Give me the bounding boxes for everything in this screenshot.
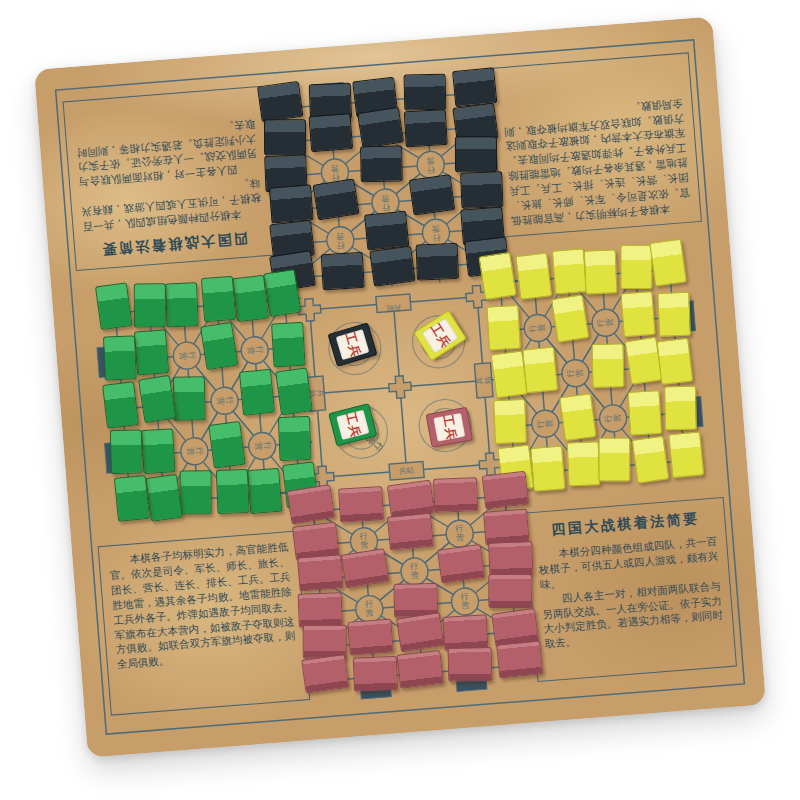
piece-red-facedown[interactable] [301, 654, 349, 694]
svg-text:营: 营 [178, 352, 188, 361]
camp-label: 行营 [459, 592, 469, 611]
piece-red-facedown[interactable] [483, 508, 530, 545]
piece-green-facedown[interactable] [278, 416, 312, 461]
svg-text:营: 营 [360, 540, 369, 550]
camp-label: 行营 [409, 562, 419, 581]
piece-red-facedown[interactable] [442, 614, 488, 651]
piece-yellow-facedown[interactable] [620, 291, 655, 337]
piece-green-facedown[interactable] [239, 369, 275, 416]
piece-green-facedown[interactable] [172, 376, 205, 421]
svg-text:站: 站 [483, 376, 493, 386]
svg-text:营: 营 [330, 164, 339, 174]
svg-text:营: 营 [365, 608, 374, 618]
piece-red-facedown[interactable] [396, 612, 445, 652]
piece-label-sticker: 工兵 [336, 330, 369, 360]
piece-red-facedown[interactable] [433, 477, 478, 513]
piece-green-facedown[interactable] [110, 429, 143, 474]
photo-stage: 行营行营行营行营行营行营行营行营行营行营行营行营行营行营行营行营行营行营行营行营… [0, 0, 800, 800]
piece-green-facedown[interactable] [133, 329, 168, 375]
piece-yellow-facedown[interactable] [649, 239, 687, 287]
piece-black-facedown[interactable] [364, 211, 409, 251]
piece-yellow-facedown[interactable] [664, 386, 697, 431]
piece-green-facedown[interactable] [215, 469, 249, 514]
camp-label: 行营 [364, 599, 374, 618]
piece-yellow-facedown[interactable] [559, 393, 597, 441]
piece-red-facedown[interactable] [488, 541, 533, 577]
corner-box-bottom-left: 本棋各子均标明实力，高官能胜低官。依次是司令、军长、师长、旅长、团长、营长、连长… [98, 531, 311, 716]
piece-yellow-facedown[interactable] [493, 399, 527, 444]
svg-text:营: 营 [461, 601, 470, 611]
svg-text:营: 营 [253, 442, 263, 451]
railway-junction [298, 298, 322, 322]
piece-green-facedown[interactable] [165, 282, 199, 327]
piece-label-sticker: 工兵 [336, 410, 369, 439]
piece-green-facedown[interactable] [271, 321, 306, 367]
svg-text:营: 营 [216, 397, 226, 406]
piece-green-facedown[interactable] [247, 467, 282, 513]
svg-text:营: 营 [612, 414, 622, 423]
station-label: 兵站 [399, 466, 415, 476]
piece-black-facedown[interactable] [369, 245, 415, 286]
piece-black-facedown[interactable] [360, 145, 403, 182]
piece-green-facedown[interactable] [275, 367, 313, 415]
piece-yellow-facedown[interactable] [632, 435, 670, 483]
camp-label: 行营 [186, 446, 205, 456]
piece-black-facedown[interactable] [408, 174, 454, 215]
camp-label: 行营 [603, 414, 622, 424]
piece-red-facedown[interactable] [297, 554, 344, 591]
piece-yellow-facedown[interactable] [486, 304, 521, 350]
piece-green-facedown[interactable] [232, 275, 269, 322]
svg-text:营: 营 [336, 231, 345, 241]
camp-label: 行营 [528, 323, 547, 333]
piece-black-facedown[interactable] [404, 109, 448, 147]
corner-box-top-left: 四国大战棋着法简要 本棋分四种颜色组成四队，共一百枚棋子，可供五人或四人游戏，颇… [63, 86, 276, 271]
camp-label: 行营 [253, 440, 272, 450]
svg-text:营: 营 [381, 194, 390, 204]
rules-paragraph-rotated: 本棋各子均标明实力，高官能胜低官。依次是司令、军长、师长、旅长、团长、营长、连长… [503, 96, 692, 229]
svg-text:营: 营 [186, 447, 196, 456]
piece-yellow-facedown[interactable] [478, 252, 516, 300]
piece-green-facedown[interactable] [134, 283, 166, 327]
piece-red-facedown[interactable] [286, 485, 335, 525]
svg-text:营: 营 [431, 224, 440, 234]
piece-black-facedown[interactable] [460, 171, 503, 209]
piece-green-facedown[interactable] [145, 474, 183, 522]
svg-text:营: 营 [605, 318, 615, 327]
game-board: 行营行营行营行营行营行营行营行营行营行营行营行营行营行营行营行营行营行营行营行营… [34, 16, 766, 757]
piece-green-facedown[interactable] [180, 471, 212, 515]
piece-red-facedown[interactable] [396, 650, 444, 689]
piece-red-facedown[interactable] [448, 647, 493, 682]
piece-yellow-facedown[interactable] [522, 347, 558, 394]
piece-red-facedown[interactable] [482, 471, 530, 510]
piece-green-facedown[interactable] [138, 375, 176, 423]
piece-yellow-facedown[interactable] [530, 445, 565, 491]
piece-yellow-facedown[interactable] [552, 248, 587, 294]
camp-label: 行营 [178, 350, 197, 360]
piece-green-facedown[interactable] [114, 475, 150, 522]
camp-label: 行营 [381, 194, 391, 213]
piece-black-facedown[interactable] [357, 107, 404, 149]
svg-text:营: 营 [410, 571, 419, 581]
piece-green-facedown[interactable] [102, 381, 139, 428]
piece-red-facedown[interactable] [352, 656, 397, 692]
piece-black-facedown[interactable] [308, 113, 353, 152]
piece-black-facedown[interactable] [416, 243, 459, 281]
piece-yellow-facedown[interactable] [598, 438, 630, 482]
piece-red-facedown[interactable] [347, 619, 394, 656]
piece-green-facedown[interactable] [208, 421, 246, 469]
piece-black-facedown[interactable] [313, 179, 360, 221]
play-paragraph: 四人各主一对，相对面两队联合与另两队交战。一人在旁公证。依子实力大小判定胜负。若… [541, 578, 725, 652]
piece-yellow-facedown[interactable] [515, 252, 552, 299]
svg-text:营: 营 [456, 533, 465, 543]
piece-green-facedown[interactable] [103, 335, 137, 380]
rules-paragraph: 本棋各子均标明实力，高官能胜低官。依次是司令、军长、师长、旅长、团长、营长、连长… [108, 539, 297, 672]
camp-label: 行营 [216, 395, 235, 405]
piece-black-facedown[interactable] [452, 67, 497, 107]
piece-label-sticker: 工兵 [433, 413, 465, 441]
piece-black-facedown[interactable] [264, 119, 306, 155]
piece-green-facedown[interactable] [141, 428, 176, 474]
piece-yellow-facedown[interactable] [668, 431, 704, 478]
svg-text:营: 营 [575, 369, 585, 378]
piece-red-facedown[interactable] [298, 592, 343, 628]
piece-green-facedown[interactable] [263, 269, 301, 317]
svg-text:营: 营 [246, 346, 256, 355]
piece-rank-label: 工兵 [341, 410, 364, 439]
svg-text:营: 营 [537, 323, 547, 332]
piece-yellow-facedown[interactable] [591, 343, 624, 388]
camp-label: 行营 [536, 419, 555, 429]
piece-yellow-facedown[interactable] [566, 441, 600, 486]
camp-label: 行营 [426, 156, 436, 175]
corner-box-top-right: 本棋各子均标明实力，高官能胜低官。依次是司令、军长、师长、旅长、团长、营长、连长… [489, 52, 702, 237]
piece-yellow-facedown[interactable] [657, 291, 691, 336]
station-label: 兵站 [385, 303, 401, 313]
piece-rank-label: 工兵 [426, 320, 454, 351]
camp-label: 行营 [454, 524, 464, 543]
piece-yellow-facedown[interactable] [627, 390, 662, 436]
railway-junction [388, 375, 412, 399]
piece-rank-label: 工兵 [439, 413, 460, 442]
camp-label: 行营 [596, 318, 615, 328]
piece-label-sticker: 工兵 [422, 318, 458, 352]
camp-label: 行营 [336, 231, 346, 250]
piece-black-facedown[interactable] [455, 137, 497, 173]
piece-red-facedown[interactable] [437, 544, 485, 584]
camp-label: 行营 [358, 532, 368, 551]
piece-yellow-facedown[interactable] [656, 337, 693, 384]
piece-black-facedown[interactable] [404, 74, 447, 111]
camp-label: 行营 [566, 369, 585, 379]
piece-rank-label: 工兵 [341, 330, 365, 360]
piece-yellow-facedown[interactable] [621, 245, 653, 289]
camp-label: 行营 [330, 164, 340, 183]
piece-black-facedown[interactable] [321, 252, 365, 290]
piece-red-facedown[interactable] [488, 574, 532, 608]
piece-yellow-facedown[interactable] [584, 249, 618, 294]
piece-red-facedown[interactable] [387, 513, 434, 551]
piece-red-facedown[interactable] [496, 641, 543, 679]
corner-box-bottom-right: 四国大战棋着法简要 本棋分四种颜色组成四队，共一百枚棋子，可供五人或四人游戏，颇… [524, 497, 737, 682]
piece-black-facedown[interactable] [257, 81, 303, 122]
camp-label: 行营 [431, 224, 441, 243]
piece-green-facedown[interactable] [201, 276, 236, 322]
piece-green-facedown[interactable] [95, 283, 133, 331]
piece-red-facedown[interactable] [338, 486, 384, 523]
camp-label: 行营 [246, 345, 265, 355]
svg-text:营: 营 [545, 419, 555, 428]
piece-black-facedown[interactable] [269, 185, 314, 224]
svg-text:营: 营 [426, 156, 435, 166]
